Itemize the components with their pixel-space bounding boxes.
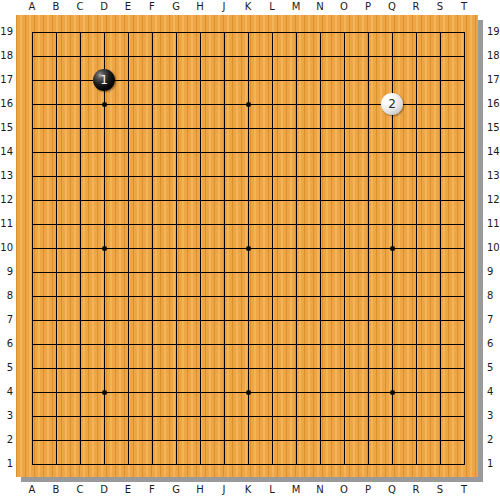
intersection-K13[interactable] [236,164,260,188]
intersection-K16[interactable] [236,92,260,116]
intersection-P16[interactable] [356,92,380,116]
intersection-L10[interactable] [260,236,284,260]
intersection-H11[interactable] [188,212,212,236]
intersection-B12[interactable] [44,188,68,212]
intersection-G1[interactable] [164,452,188,476]
intersection-E11[interactable] [116,212,140,236]
intersection-M3[interactable] [284,404,308,428]
intersection-H14[interactable] [188,140,212,164]
intersection-O8[interactable] [332,284,356,308]
intersection-Q2[interactable] [380,428,404,452]
intersection-T4[interactable] [452,380,476,404]
intersection-M5[interactable] [284,356,308,380]
intersection-J18[interactable] [212,44,236,68]
intersection-O19[interactable] [332,20,356,44]
intersection-J12[interactable] [212,188,236,212]
intersection-D10[interactable] [92,236,116,260]
intersection-K2[interactable] [236,428,260,452]
intersection-T16[interactable] [452,92,476,116]
intersection-E12[interactable] [116,188,140,212]
intersection-J3[interactable] [212,404,236,428]
intersection-O12[interactable] [332,188,356,212]
intersection-B9[interactable] [44,260,68,284]
intersection-S4[interactable] [428,380,452,404]
intersection-H16[interactable] [188,92,212,116]
intersection-C19[interactable] [68,20,92,44]
intersection-J17[interactable] [212,68,236,92]
intersection-E10[interactable] [116,236,140,260]
intersection-P8[interactable] [356,284,380,308]
intersection-J5[interactable] [212,356,236,380]
intersection-D3[interactable] [92,404,116,428]
intersection-O3[interactable] [332,404,356,428]
intersection-M8[interactable] [284,284,308,308]
intersection-N14[interactable] [308,140,332,164]
intersection-Q14[interactable] [380,140,404,164]
intersection-A7[interactable] [20,308,44,332]
intersection-N19[interactable] [308,20,332,44]
intersection-N18[interactable] [308,44,332,68]
intersection-R13[interactable] [404,164,428,188]
intersection-C4[interactable] [68,380,92,404]
intersection-E18[interactable] [116,44,140,68]
intersection-Q1[interactable] [380,452,404,476]
intersection-Q10[interactable] [380,236,404,260]
intersection-E4[interactable] [116,380,140,404]
intersection-C2[interactable] [68,428,92,452]
intersection-L12[interactable] [260,188,284,212]
intersection-P7[interactable] [356,308,380,332]
intersection-J10[interactable] [212,236,236,260]
intersection-M16[interactable] [284,92,308,116]
intersection-B7[interactable] [44,308,68,332]
intersection-F7[interactable] [140,308,164,332]
intersection-F16[interactable] [140,92,164,116]
intersection-M4[interactable] [284,380,308,404]
intersection-G14[interactable] [164,140,188,164]
intersection-H9[interactable] [188,260,212,284]
intersection-C3[interactable] [68,404,92,428]
intersection-L16[interactable] [260,92,284,116]
intersection-S6[interactable] [428,332,452,356]
intersection-E9[interactable] [116,260,140,284]
intersection-M14[interactable] [284,140,308,164]
intersection-L4[interactable] [260,380,284,404]
intersection-Q6[interactable] [380,332,404,356]
intersection-M19[interactable] [284,20,308,44]
intersection-S5[interactable] [428,356,452,380]
intersection-H19[interactable] [188,20,212,44]
intersection-P13[interactable] [356,164,380,188]
intersection-P15[interactable] [356,116,380,140]
intersection-K11[interactable] [236,212,260,236]
intersection-S17[interactable] [428,68,452,92]
intersection-S8[interactable] [428,284,452,308]
intersection-B19[interactable] [44,20,68,44]
intersection-F18[interactable] [140,44,164,68]
intersection-K4[interactable] [236,380,260,404]
intersection-R19[interactable] [404,20,428,44]
intersection-J19[interactable] [212,20,236,44]
intersection-G11[interactable] [164,212,188,236]
intersection-F15[interactable] [140,116,164,140]
intersection-D9[interactable] [92,260,116,284]
intersection-D14[interactable] [92,140,116,164]
intersection-A1[interactable] [20,452,44,476]
intersection-T19[interactable] [452,20,476,44]
intersection-N4[interactable] [308,380,332,404]
intersection-H13[interactable] [188,164,212,188]
intersection-R16[interactable] [404,92,428,116]
intersection-H4[interactable] [188,380,212,404]
intersection-N15[interactable] [308,116,332,140]
intersection-K17[interactable] [236,68,260,92]
intersection-N6[interactable] [308,332,332,356]
intersection-Q12[interactable] [380,188,404,212]
intersection-P3[interactable] [356,404,380,428]
intersection-J4[interactable] [212,380,236,404]
intersection-O5[interactable] [332,356,356,380]
intersection-O6[interactable] [332,332,356,356]
intersection-P2[interactable] [356,428,380,452]
intersection-B11[interactable] [44,212,68,236]
intersection-E14[interactable] [116,140,140,164]
intersection-R5[interactable] [404,356,428,380]
intersection-C15[interactable] [68,116,92,140]
intersection-J1[interactable] [212,452,236,476]
intersection-C18[interactable] [68,44,92,68]
intersection-A6[interactable] [20,332,44,356]
intersection-D2[interactable] [92,428,116,452]
intersection-L1[interactable] [260,452,284,476]
intersection-E7[interactable] [116,308,140,332]
intersection-B4[interactable] [44,380,68,404]
intersection-A3[interactable] [20,404,44,428]
intersection-F9[interactable] [140,260,164,284]
intersection-Q16[interactable]: 2 [380,92,404,116]
intersection-F10[interactable] [140,236,164,260]
intersection-J8[interactable] [212,284,236,308]
intersection-L15[interactable] [260,116,284,140]
intersection-R18[interactable] [404,44,428,68]
intersection-A5[interactable] [20,356,44,380]
intersection-H3[interactable] [188,404,212,428]
intersection-A11[interactable] [20,212,44,236]
intersection-J11[interactable] [212,212,236,236]
intersection-T14[interactable] [452,140,476,164]
intersection-K12[interactable] [236,188,260,212]
intersection-P17[interactable] [356,68,380,92]
intersection-S19[interactable] [428,20,452,44]
intersection-E13[interactable] [116,164,140,188]
intersection-H6[interactable] [188,332,212,356]
intersection-M10[interactable] [284,236,308,260]
intersection-Q8[interactable] [380,284,404,308]
intersection-K10[interactable] [236,236,260,260]
intersection-G16[interactable] [164,92,188,116]
intersection-C11[interactable] [68,212,92,236]
intersection-Q5[interactable] [380,356,404,380]
intersection-N9[interactable] [308,260,332,284]
intersection-K1[interactable] [236,452,260,476]
intersection-A4[interactable] [20,380,44,404]
intersection-S13[interactable] [428,164,452,188]
intersection-A12[interactable] [20,188,44,212]
intersection-R11[interactable] [404,212,428,236]
intersection-B2[interactable] [44,428,68,452]
intersection-L18[interactable] [260,44,284,68]
intersection-T15[interactable] [452,116,476,140]
intersection-F3[interactable] [140,404,164,428]
intersection-P10[interactable] [356,236,380,260]
intersection-S10[interactable] [428,236,452,260]
intersection-A16[interactable] [20,92,44,116]
intersection-E6[interactable] [116,332,140,356]
intersection-T13[interactable] [452,164,476,188]
intersection-C10[interactable] [68,236,92,260]
intersection-T5[interactable] [452,356,476,380]
intersection-E8[interactable] [116,284,140,308]
intersection-H10[interactable] [188,236,212,260]
intersection-Q3[interactable] [380,404,404,428]
intersection-O9[interactable] [332,260,356,284]
intersection-J6[interactable] [212,332,236,356]
intersection-M9[interactable] [284,260,308,284]
intersection-R14[interactable] [404,140,428,164]
intersection-R15[interactable] [404,116,428,140]
intersection-F6[interactable] [140,332,164,356]
intersection-O17[interactable] [332,68,356,92]
intersection-C17[interactable] [68,68,92,92]
intersection-G9[interactable] [164,260,188,284]
intersection-L3[interactable] [260,404,284,428]
intersection-D11[interactable] [92,212,116,236]
intersection-T1[interactable] [452,452,476,476]
intersection-R10[interactable] [404,236,428,260]
intersection-G12[interactable] [164,188,188,212]
intersection-D16[interactable] [92,92,116,116]
intersection-K9[interactable] [236,260,260,284]
intersection-A17[interactable] [20,68,44,92]
intersection-T6[interactable] [452,332,476,356]
intersection-O14[interactable] [332,140,356,164]
intersection-P14[interactable] [356,140,380,164]
intersection-B5[interactable] [44,356,68,380]
intersection-G10[interactable] [164,236,188,260]
intersection-S18[interactable] [428,44,452,68]
intersection-Q11[interactable] [380,212,404,236]
intersection-B18[interactable] [44,44,68,68]
intersection-O18[interactable] [332,44,356,68]
intersection-A18[interactable] [20,44,44,68]
intersection-M6[interactable] [284,332,308,356]
intersection-N7[interactable] [308,308,332,332]
intersection-C9[interactable] [68,260,92,284]
intersection-F2[interactable] [140,428,164,452]
intersection-E1[interactable] [116,452,140,476]
intersection-P5[interactable] [356,356,380,380]
intersection-G18[interactable] [164,44,188,68]
intersection-Q15[interactable] [380,116,404,140]
intersection-C16[interactable] [68,92,92,116]
intersection-J16[interactable] [212,92,236,116]
intersection-M1[interactable] [284,452,308,476]
intersection-G2[interactable] [164,428,188,452]
intersection-K5[interactable] [236,356,260,380]
intersection-Q17[interactable] [380,68,404,92]
intersection-O13[interactable] [332,164,356,188]
intersection-S3[interactable] [428,404,452,428]
intersection-B17[interactable] [44,68,68,92]
intersection-D6[interactable] [92,332,116,356]
intersection-D8[interactable] [92,284,116,308]
intersection-M2[interactable] [284,428,308,452]
intersection-M15[interactable] [284,116,308,140]
intersection-C12[interactable] [68,188,92,212]
intersection-Q4[interactable] [380,380,404,404]
intersection-A10[interactable] [20,236,44,260]
intersection-H18[interactable] [188,44,212,68]
intersection-G7[interactable] [164,308,188,332]
intersection-D4[interactable] [92,380,116,404]
intersection-O1[interactable] [332,452,356,476]
intersection-R8[interactable] [404,284,428,308]
intersection-D15[interactable] [92,116,116,140]
intersection-S2[interactable] [428,428,452,452]
intersection-Q7[interactable] [380,308,404,332]
intersection-Q18[interactable] [380,44,404,68]
intersection-N12[interactable] [308,188,332,212]
intersection-G8[interactable] [164,284,188,308]
intersection-T8[interactable] [452,284,476,308]
intersection-M12[interactable] [284,188,308,212]
intersection-T10[interactable] [452,236,476,260]
intersection-S12[interactable] [428,188,452,212]
intersection-A14[interactable] [20,140,44,164]
intersection-O15[interactable] [332,116,356,140]
intersection-J7[interactable] [212,308,236,332]
intersection-K15[interactable] [236,116,260,140]
intersection-D7[interactable] [92,308,116,332]
intersection-D17[interactable]: 1 [92,68,116,92]
intersection-C14[interactable] [68,140,92,164]
intersection-R9[interactable] [404,260,428,284]
intersection-J13[interactable] [212,164,236,188]
intersection-L11[interactable] [260,212,284,236]
intersection-F4[interactable] [140,380,164,404]
intersection-Q9[interactable] [380,260,404,284]
intersection-M17[interactable] [284,68,308,92]
intersection-A2[interactable] [20,428,44,452]
intersection-F14[interactable] [140,140,164,164]
intersection-G4[interactable] [164,380,188,404]
intersection-N2[interactable] [308,428,332,452]
intersection-H2[interactable] [188,428,212,452]
intersection-L14[interactable] [260,140,284,164]
intersection-T17[interactable] [452,68,476,92]
intersection-K18[interactable] [236,44,260,68]
intersection-O7[interactable] [332,308,356,332]
intersection-J9[interactable] [212,260,236,284]
intersection-L9[interactable] [260,260,284,284]
intersection-B8[interactable] [44,284,68,308]
intersection-N11[interactable] [308,212,332,236]
intersection-C13[interactable] [68,164,92,188]
intersection-T3[interactable] [452,404,476,428]
intersection-H17[interactable] [188,68,212,92]
intersection-R7[interactable] [404,308,428,332]
intersection-R3[interactable] [404,404,428,428]
intersection-L8[interactable] [260,284,284,308]
intersection-H7[interactable] [188,308,212,332]
intersection-R4[interactable] [404,380,428,404]
intersection-A15[interactable] [20,116,44,140]
intersection-G6[interactable] [164,332,188,356]
intersection-O11[interactable] [332,212,356,236]
intersection-R17[interactable] [404,68,428,92]
intersection-R2[interactable] [404,428,428,452]
intersection-P6[interactable] [356,332,380,356]
intersection-C6[interactable] [68,332,92,356]
intersection-H8[interactable] [188,284,212,308]
intersection-E17[interactable] [116,68,140,92]
intersection-S9[interactable] [428,260,452,284]
intersection-A9[interactable] [20,260,44,284]
intersection-N1[interactable] [308,452,332,476]
intersection-B10[interactable] [44,236,68,260]
intersection-D12[interactable] [92,188,116,212]
intersection-M13[interactable] [284,164,308,188]
intersection-B6[interactable] [44,332,68,356]
intersection-L17[interactable] [260,68,284,92]
intersection-P18[interactable] [356,44,380,68]
intersection-P11[interactable] [356,212,380,236]
intersection-B16[interactable] [44,92,68,116]
intersection-L19[interactable] [260,20,284,44]
intersection-N3[interactable] [308,404,332,428]
intersection-E5[interactable] [116,356,140,380]
intersection-D19[interactable] [92,20,116,44]
intersection-N10[interactable] [308,236,332,260]
intersection-S7[interactable] [428,308,452,332]
intersection-A13[interactable] [20,164,44,188]
intersection-H5[interactable] [188,356,212,380]
intersection-P9[interactable] [356,260,380,284]
intersection-J15[interactable] [212,116,236,140]
intersection-N5[interactable] [308,356,332,380]
intersection-T7[interactable] [452,308,476,332]
intersection-K3[interactable] [236,404,260,428]
intersection-T11[interactable] [452,212,476,236]
intersection-H15[interactable] [188,116,212,140]
intersection-C8[interactable] [68,284,92,308]
intersection-R12[interactable] [404,188,428,212]
intersection-Q13[interactable] [380,164,404,188]
intersection-F19[interactable] [140,20,164,44]
intersection-H12[interactable] [188,188,212,212]
intersection-A19[interactable] [20,20,44,44]
intersection-C1[interactable] [68,452,92,476]
intersection-N16[interactable] [308,92,332,116]
intersection-G13[interactable] [164,164,188,188]
intersection-M7[interactable] [284,308,308,332]
intersection-T9[interactable] [452,260,476,284]
intersection-R6[interactable] [404,332,428,356]
intersection-G5[interactable] [164,356,188,380]
intersection-K14[interactable] [236,140,260,164]
intersection-J2[interactable] [212,428,236,452]
intersection-B1[interactable] [44,452,68,476]
